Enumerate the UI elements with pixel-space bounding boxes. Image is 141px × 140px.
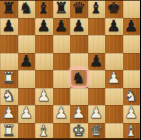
square-e7[interactable]: ♟ <box>70 18 88 36</box>
black-pawn[interactable]: ♟ <box>19 52 33 70</box>
black-knight[interactable]: ♞ <box>19 0 33 17</box>
square-a4[interactable]: ♜ <box>0 70 18 88</box>
black-pawn[interactable]: ♟ <box>124 17 138 35</box>
square-a7[interactable]: ♟ <box>0 18 18 36</box>
square-d2[interactable]: ♟ <box>53 105 71 123</box>
board-bottom-edge <box>0 138 140 140</box>
square-g8[interactable]: ♚ <box>105 0 123 18</box>
square-d6[interactable] <box>53 35 71 53</box>
square-a2[interactable]: ♟ <box>0 105 18 123</box>
square-h6[interactable] <box>123 35 141 53</box>
square-f6[interactable] <box>88 35 106 53</box>
square-b5[interactable]: ♟ <box>18 53 36 71</box>
square-b4[interactable] <box>18 70 36 88</box>
square-e3[interactable] <box>70 88 88 106</box>
square-h4[interactable] <box>123 70 141 88</box>
white-pawn[interactable]: ♟ <box>124 105 138 123</box>
square-h5[interactable] <box>123 53 141 71</box>
square-b8[interactable]: ♞ <box>18 0 36 18</box>
square-c4[interactable] <box>35 70 53 88</box>
square-e4[interactable]: ♞ <box>70 70 88 88</box>
square-g4[interactable]: ♟ <box>105 70 123 88</box>
square-a6[interactable] <box>0 35 18 53</box>
black-rook[interactable]: ♜ <box>54 0 68 17</box>
white-pawn[interactable]: ♟ <box>89 105 103 123</box>
black-pawn[interactable]: ♟ <box>54 17 68 35</box>
square-a5[interactable] <box>0 53 18 71</box>
square-c6[interactable] <box>35 35 53 53</box>
square-f4[interactable] <box>88 70 106 88</box>
square-e8[interactable]: ♛ <box>70 0 88 18</box>
white-king[interactable]: ♚ <box>72 122 86 140</box>
square-b3[interactable] <box>18 88 36 106</box>
white-pawn[interactable]: ♟ <box>37 87 51 105</box>
square-h8[interactable] <box>123 0 141 18</box>
black-pawn[interactable]: ♟ <box>37 17 51 35</box>
square-c2[interactable] <box>35 105 53 123</box>
white-knight[interactable]: ♞ <box>124 87 138 105</box>
square-g7[interactable]: ♟ <box>105 18 123 36</box>
square-d4[interactable] <box>53 70 71 88</box>
square-d8[interactable]: ♜ <box>53 0 71 18</box>
white-pawn[interactable]: ♟ <box>54 105 68 123</box>
white-rook[interactable]: ♜ <box>2 122 16 140</box>
black-knight[interactable]: ♞ <box>72 70 86 88</box>
square-f7[interactable] <box>88 18 106 36</box>
black-bishop[interactable]: ♝ <box>37 0 51 17</box>
square-b6[interactable] <box>18 35 36 53</box>
square-g2[interactable] <box>105 105 123 123</box>
square-c5[interactable] <box>35 53 53 71</box>
white-knight[interactable]: ♞ <box>2 87 16 105</box>
square-d3[interactable] <box>53 88 71 106</box>
square-a8[interactable]: ♜ <box>0 0 18 18</box>
square-e2[interactable]: ♟ <box>70 105 88 123</box>
black-pawn[interactable]: ♟ <box>107 17 121 35</box>
white-bishop[interactable]: ♝ <box>37 122 51 140</box>
square-d7[interactable]: ♟ <box>53 18 71 36</box>
square-b2[interactable]: ♟ <box>18 105 36 123</box>
square-f2[interactable]: ♟ <box>88 105 106 123</box>
square-b7[interactable] <box>18 18 36 36</box>
white-pawn[interactable]: ♟ <box>72 105 86 123</box>
white-pawn[interactable]: ♟ <box>107 70 121 88</box>
black-rook[interactable]: ♜ <box>2 0 16 17</box>
square-g5[interactable] <box>105 53 123 71</box>
square-d5[interactable] <box>53 53 71 71</box>
black-pawn[interactable]: ♟ <box>2 17 16 35</box>
chess-board: ♜♞♝♜♛♝♚♟♟♟♟♟♟♟♟♜♞♟♞♟♞♟♟♟♟♟♟♜♝♚♛♝ <box>0 0 140 140</box>
square-c7[interactable]: ♟ <box>35 18 53 36</box>
black-king[interactable]: ♚ <box>107 0 121 17</box>
square-f8[interactable]: ♝ <box>88 0 106 18</box>
black-bishop[interactable]: ♝ <box>89 0 103 17</box>
white-pawn[interactable]: ♟ <box>2 105 16 123</box>
square-a3[interactable]: ♞ <box>0 88 18 106</box>
white-pawn[interactable]: ♟ <box>19 105 33 123</box>
square-f3[interactable] <box>88 88 106 106</box>
square-g6[interactable] <box>105 35 123 53</box>
chess-app-window: ♜♞♝♜♛♝♚♟♟♟♟♟♟♟♟♜♞♟♞♟♞♟♟♟♟♟♟♜♝♚♛♝ <box>0 0 140 140</box>
black-queen[interactable]: ♛ <box>72 0 86 17</box>
square-g3[interactable] <box>105 88 123 106</box>
white-queen[interactable]: ♛ <box>89 122 103 140</box>
board-top-edge <box>0 0 140 1</box>
square-f5[interactable]: ♟ <box>88 53 106 71</box>
square-h7[interactable]: ♟ <box>123 18 141 36</box>
square-h3[interactable]: ♞ <box>123 88 141 106</box>
black-pawn[interactable]: ♟ <box>89 52 103 70</box>
white-bishop[interactable]: ♝ <box>124 122 138 140</box>
square-c8[interactable]: ♝ <box>35 0 53 18</box>
square-e6[interactable] <box>70 35 88 53</box>
white-rook[interactable]: ♜ <box>2 70 16 88</box>
square-c3[interactable]: ♟ <box>35 88 53 106</box>
square-h2[interactable]: ♟ <box>123 105 141 123</box>
black-pawn[interactable]: ♟ <box>72 17 86 35</box>
